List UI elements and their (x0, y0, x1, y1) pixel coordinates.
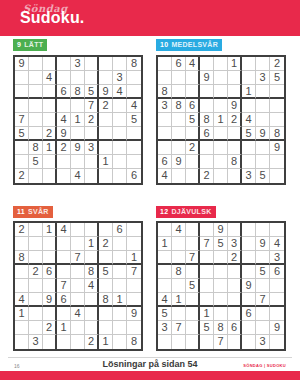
empty-cell (228, 335, 242, 349)
empty-cell (256, 307, 270, 321)
given-digit-cell: 4 (57, 223, 71, 237)
edition-label: SÖNDAG | SUDOKU (243, 363, 286, 368)
given-digit-cell: 1 (113, 293, 127, 307)
given-digit-cell: 3 (71, 57, 85, 71)
given-digit-cell: 8 (71, 85, 85, 99)
empty-cell (200, 57, 214, 71)
empty-cell (127, 71, 141, 85)
given-digit-cell: 6 (270, 265, 284, 279)
empty-cell (158, 113, 172, 127)
empty-cell (99, 57, 113, 71)
given-digit-cell: 8 (228, 155, 242, 169)
empty-cell (127, 237, 141, 251)
given-digit-cell: 1 (214, 113, 228, 127)
empty-cell (270, 335, 284, 349)
given-digit-cell: 8 (158, 85, 172, 99)
empty-cell (186, 169, 200, 183)
given-digit-cell: 2 (186, 141, 200, 155)
empty-cell (29, 127, 43, 141)
empty-cell (242, 335, 256, 349)
empty-cell (200, 251, 214, 265)
empty-cell (270, 155, 284, 169)
given-digit-cell: 3 (113, 71, 127, 85)
empty-cell (99, 141, 113, 155)
empty-cell (214, 279, 228, 293)
given-digit-cell: 1 (43, 223, 57, 237)
empty-cell (186, 85, 200, 99)
empty-cell (15, 155, 29, 169)
empty-cell (214, 85, 228, 99)
given-digit-cell: 6 (127, 169, 141, 183)
given-digit-cell: 6 (158, 155, 172, 169)
empty-cell (71, 265, 85, 279)
given-digit-cell: 8 (172, 265, 186, 279)
empty-cell (113, 335, 127, 349)
empty-cell (256, 279, 270, 293)
empty-cell (186, 71, 200, 85)
given-digit-cell: 1 (127, 251, 141, 265)
empty-cell (270, 169, 284, 183)
given-digit-cell: 7 (85, 99, 99, 113)
empty-cell (113, 141, 127, 155)
empty-cell (158, 251, 172, 265)
given-digit-cell: 1 (158, 237, 172, 251)
given-digit-cell: 2 (228, 113, 242, 127)
given-digit-cell: 9 (256, 237, 270, 251)
given-digit-cell: 5 (186, 113, 200, 127)
given-digit-cell: 5 (200, 321, 214, 335)
empty-cell (43, 251, 57, 265)
empty-cell (57, 335, 71, 349)
given-digit-cell: 2 (99, 237, 113, 251)
empty-cell (99, 279, 113, 293)
given-digit-cell: 9 (200, 71, 214, 85)
empty-cell (158, 223, 172, 237)
logo-sudoku-text: Sudoku. (20, 9, 85, 27)
empty-cell (85, 57, 99, 71)
empty-cell (29, 113, 43, 127)
given-digit-cell: 9 (15, 57, 29, 71)
given-digit-cell: 3 (158, 321, 172, 335)
empty-cell (57, 251, 71, 265)
empty-cell (29, 169, 43, 183)
empty-cell (43, 113, 57, 127)
empty-cell (29, 293, 43, 307)
given-digit-cell: 4 (57, 113, 71, 127)
given-digit-cell: 7 (214, 335, 228, 349)
empty-cell (158, 127, 172, 141)
empty-cell (71, 155, 85, 169)
empty-cell (85, 321, 99, 335)
given-digit-cell: 9 (43, 293, 57, 307)
given-digit-cell: 7 (71, 251, 85, 265)
empty-cell (228, 307, 242, 321)
empty-cell (29, 223, 43, 237)
given-digit-cell: 9 (256, 127, 270, 141)
empty-cell (113, 113, 127, 127)
given-digit-cell: 4 (127, 99, 141, 113)
empty-cell (29, 99, 43, 113)
empty-cell (228, 141, 242, 155)
empty-cell (29, 307, 43, 321)
given-digit-cell: 6 (57, 85, 71, 99)
empty-cell (71, 279, 85, 293)
empty-cell (57, 99, 71, 113)
empty-cell (85, 307, 99, 321)
empty-cell (15, 71, 29, 85)
empty-cell (186, 307, 200, 321)
bottom-red-strip (0, 371, 300, 380)
given-digit-cell: 3 (256, 335, 270, 349)
empty-cell (200, 85, 214, 99)
given-digit-cell: 6 (57, 293, 71, 307)
empty-cell (172, 71, 186, 85)
empty-cell (186, 293, 200, 307)
given-digit-cell: 3 (228, 237, 242, 251)
empty-cell (228, 85, 242, 99)
empty-cell (29, 85, 43, 99)
empty-cell (127, 141, 141, 155)
empty-cell (113, 251, 127, 265)
empty-cell (214, 57, 228, 71)
given-digit-cell: 4 (15, 293, 29, 307)
given-digit-cell: 9 (242, 279, 256, 293)
given-digit-cell: 7 (200, 237, 214, 251)
empty-cell (99, 251, 113, 265)
given-digit-cell: 5 (270, 71, 284, 85)
empty-cell (242, 321, 256, 335)
empty-cell (15, 237, 29, 251)
given-digit-cell: 3 (29, 335, 43, 349)
given-digit-cell: 9 (270, 141, 284, 155)
empty-cell (113, 237, 127, 251)
empty-cell (158, 265, 172, 279)
empty-cell (127, 155, 141, 169)
empty-cell (71, 237, 85, 251)
given-digit-cell: 5 (158, 307, 172, 321)
given-digit-cell: 2 (43, 321, 57, 335)
sudoku-grid-9: 9384368594724741255298129351246 (13, 55, 143, 185)
empty-cell (200, 99, 214, 113)
given-digit-cell: 2 (85, 335, 99, 349)
empty-cell (71, 71, 85, 85)
given-digit-cell: 1 (57, 321, 71, 335)
sudoku-grid-12: 491753947238565941751637586973 (156, 221, 286, 351)
empty-cell (172, 127, 186, 141)
given-digit-cell: 7 (57, 279, 71, 293)
given-digit-cell: 6 (200, 127, 214, 141)
empty-cell (200, 279, 214, 293)
badge-10: 10 MEDELSVÅR (156, 39, 222, 51)
empty-cell (29, 279, 43, 293)
empty-cell (43, 85, 57, 99)
empty-cell (242, 251, 256, 265)
empty-cell (158, 335, 172, 349)
given-digit-cell: 2 (85, 113, 99, 127)
empty-cell (228, 71, 242, 85)
empty-cell (228, 127, 242, 141)
empty-cell (256, 321, 270, 335)
empty-cell (57, 237, 71, 251)
sudoku-logo: Söndag Sudoku. (20, 3, 140, 33)
empty-cell (242, 57, 256, 71)
empty-cell (186, 265, 200, 279)
empty-cell (228, 265, 242, 279)
empty-cell (214, 141, 228, 155)
empty-cell (57, 265, 71, 279)
difficulty-label: LÄTT (24, 39, 43, 51)
empty-cell (214, 169, 228, 183)
given-digit-cell: 4 (242, 113, 256, 127)
empty-cell (158, 279, 172, 293)
given-digit-cell: 9 (99, 85, 113, 99)
empty-cell (29, 321, 43, 335)
empty-cell (242, 223, 256, 237)
given-digit-cell: 9 (214, 223, 228, 237)
given-digit-cell: 8 (99, 293, 113, 307)
given-digit-cell: 6 (172, 57, 186, 71)
empty-cell (214, 127, 228, 141)
given-digit-cell: 7 (256, 293, 270, 307)
given-digit-cell: 2 (15, 223, 29, 237)
given-digit-cell: 5 (99, 265, 113, 279)
empty-cell (256, 57, 270, 71)
empty-cell (200, 223, 214, 237)
given-digit-cell: 2 (57, 141, 71, 155)
empty-cell (57, 57, 71, 71)
given-digit-cell: 4 (85, 279, 99, 293)
puzzle-number: 10 (160, 39, 168, 51)
difficulty-label: DJÄVULSK (171, 206, 211, 218)
empty-cell (57, 155, 71, 169)
empty-cell (214, 265, 228, 279)
given-digit-cell: 5 (15, 127, 29, 141)
empty-cell (256, 99, 270, 113)
empty-cell (15, 85, 29, 99)
empty-cell (71, 127, 85, 141)
given-digit-cell: 5 (256, 169, 270, 183)
empty-cell (43, 155, 57, 169)
puzzle-number: 11 (17, 206, 25, 218)
empty-cell (186, 237, 200, 251)
empty-cell (214, 155, 228, 169)
empty-cell (270, 293, 284, 307)
empty-cell (172, 279, 186, 293)
empty-cell (200, 141, 214, 155)
empty-cell (29, 251, 43, 265)
empty-cell (172, 237, 186, 251)
given-digit-cell: 2 (200, 169, 214, 183)
empty-cell (158, 57, 172, 71)
given-digit-cell: 2 (99, 99, 113, 113)
empty-cell (43, 169, 57, 183)
empty-cell (186, 223, 200, 237)
given-digit-cell: 1 (71, 113, 85, 127)
given-digit-cell: 7 (186, 251, 200, 265)
empty-cell (214, 71, 228, 85)
given-digit-cell: 3 (85, 141, 99, 155)
empty-cell (256, 251, 270, 265)
given-digit-cell: 8 (29, 141, 43, 155)
empty-cell (200, 293, 214, 307)
given-digit-cell: 1 (85, 237, 99, 251)
empty-cell (113, 57, 127, 71)
given-digit-cell: 5 (214, 237, 228, 251)
given-digit-cell: 5 (242, 127, 256, 141)
given-digit-cell: 8 (200, 113, 214, 127)
empty-cell (43, 99, 57, 113)
empty-cell (172, 141, 186, 155)
empty-cell (113, 307, 127, 321)
empty-cell (15, 321, 29, 335)
empty-cell (256, 155, 270, 169)
given-digit-cell: 7 (127, 265, 141, 279)
empty-cell (228, 169, 242, 183)
empty-cell (29, 71, 43, 85)
given-digit-cell: 9 (57, 127, 71, 141)
given-digit-cell: 1 (228, 57, 242, 71)
empty-cell (15, 141, 29, 155)
given-digit-cell: 4 (113, 85, 127, 99)
empty-cell (228, 293, 242, 307)
empty-cell (158, 141, 172, 155)
given-digit-cell: 4 (158, 293, 172, 307)
empty-cell (270, 223, 284, 237)
empty-cell (270, 279, 284, 293)
empty-cell (172, 169, 186, 183)
given-digit-cell: 2 (43, 127, 57, 141)
empty-cell (256, 85, 270, 99)
sudoku-grid-11: 214612871268577449681149213218 (13, 221, 143, 351)
difficulty-label: SVÅR (28, 206, 49, 218)
given-digit-cell: 5 (29, 155, 43, 169)
empty-cell (242, 141, 256, 155)
given-digit-cell: 1 (99, 335, 113, 349)
empty-cell (85, 223, 99, 237)
empty-cell (127, 85, 141, 99)
empty-cell (15, 335, 29, 349)
empty-cell (113, 321, 127, 335)
given-digit-cell: 9 (127, 307, 141, 321)
given-digit-cell: 8 (214, 321, 228, 335)
empty-cell (29, 57, 43, 71)
empty-cell (172, 251, 186, 265)
given-digit-cell: 1 (172, 293, 186, 307)
empty-cell (99, 127, 113, 141)
given-digit-cell: 6 (186, 99, 200, 113)
difficulty-label: MEDELSVÅR (171, 39, 218, 51)
given-digit-cell: 3 (270, 251, 284, 265)
given-digit-cell: 1 (200, 307, 214, 321)
empty-cell (214, 99, 228, 113)
badge-11: 11 SVÅR (13, 206, 53, 218)
given-digit-cell: 1 (242, 85, 256, 99)
empty-cell (256, 141, 270, 155)
empty-cell (99, 307, 113, 321)
given-digit-cell: 3 (242, 169, 256, 183)
empty-cell (85, 169, 99, 183)
given-digit-cell: 6 (242, 307, 256, 321)
empty-cell (242, 71, 256, 85)
empty-cell (172, 307, 186, 321)
given-digit-cell: 2 (228, 251, 242, 265)
empty-cell (200, 155, 214, 169)
given-digit-cell: 5 (85, 85, 99, 99)
puzzle-number: 12 (160, 206, 168, 218)
empty-cell (99, 113, 113, 127)
empty-cell (71, 321, 85, 335)
empty-cell (127, 279, 141, 293)
given-digit-cell: 4 (270, 237, 284, 251)
given-digit-cell: 8 (127, 57, 141, 71)
given-digit-cell: 9 (71, 141, 85, 155)
empty-cell (214, 293, 228, 307)
given-digit-cell: 5 (256, 265, 270, 279)
empty-cell (57, 169, 71, 183)
empty-cell (186, 321, 200, 335)
puzzle-number: 9 (17, 39, 21, 51)
sudoku-grid-10: 6412935813869581246598296984235 (156, 55, 286, 185)
empty-cell (172, 335, 186, 349)
empty-cell (99, 321, 113, 335)
given-digit-cell: 4 (186, 57, 200, 71)
empty-cell (172, 85, 186, 99)
given-digit-cell: 8 (85, 265, 99, 279)
empty-cell (127, 127, 141, 141)
empty-cell (200, 265, 214, 279)
empty-cell (15, 99, 29, 113)
empty-cell (228, 279, 242, 293)
empty-cell (270, 113, 284, 127)
given-digit-cell: 9 (270, 321, 284, 335)
empty-cell (270, 85, 284, 99)
empty-cell (99, 169, 113, 183)
given-digit-cell: 7 (172, 321, 186, 335)
empty-cell (85, 71, 99, 85)
given-digit-cell: 1 (15, 307, 29, 321)
empty-cell (158, 71, 172, 85)
given-digit-cell: 2 (29, 265, 43, 279)
given-digit-cell: 9 (172, 155, 186, 169)
empty-cell (71, 335, 85, 349)
empty-cell (113, 127, 127, 141)
empty-cell (113, 265, 127, 279)
footer-divider (8, 357, 292, 358)
empty-cell (270, 99, 284, 113)
empty-cell (43, 57, 57, 71)
empty-cell (99, 71, 113, 85)
given-digit-cell: 8 (172, 99, 186, 113)
empty-cell (200, 335, 214, 349)
empty-cell (242, 237, 256, 251)
given-digit-cell: 6 (43, 265, 57, 279)
empty-cell (57, 71, 71, 85)
empty-cell (127, 321, 141, 335)
empty-cell (85, 251, 99, 265)
empty-cell (113, 155, 127, 169)
badge-9: 9 LÄTT (13, 39, 47, 51)
given-digit-cell: 9 (228, 99, 242, 113)
given-digit-cell: 4 (71, 307, 85, 321)
empty-cell (242, 155, 256, 169)
given-digit-cell: 8 (127, 335, 141, 349)
empty-cell (186, 155, 200, 169)
empty-cell (242, 265, 256, 279)
empty-cell (43, 237, 57, 251)
given-digit-cell: 3 (158, 99, 172, 113)
given-digit-cell: 3 (256, 71, 270, 85)
empty-cell (15, 279, 29, 293)
